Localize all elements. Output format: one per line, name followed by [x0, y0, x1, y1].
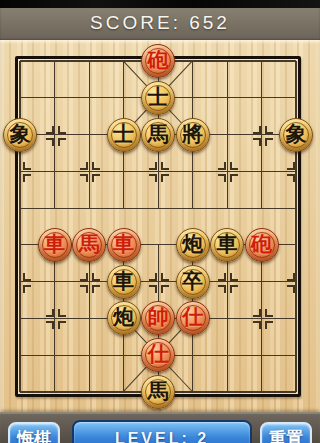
board-lines: 砲士象士馬將象車馬車炮車砲車卒炮帥仕仕馬	[20, 61, 296, 392]
app-screen: SCORE: 652 砲士象士馬將象車馬車炮車砲車卒炮帥仕仕馬 悔棋 LEVEL…	[0, 0, 320, 443]
piece-black-horse[interactable]: 馬	[141, 375, 175, 409]
piece-character: 車	[217, 227, 238, 261]
score-bar: SCORE: 652	[0, 8, 320, 40]
piece-character: 象	[10, 117, 31, 151]
piece-red-chariot[interactable]: 車	[107, 228, 141, 262]
piece-black-soldier[interactable]: 卒	[176, 265, 210, 299]
piece-black-advisor[interactable]: 士	[107, 118, 141, 152]
piece-black-elephant[interactable]: 象	[3, 118, 37, 152]
piece-black-cannon[interactable]: 炮	[176, 228, 210, 262]
piece-character: 象	[286, 117, 307, 151]
piece-red-advisor[interactable]: 仕	[141, 338, 175, 372]
piece-red-advisor[interactable]: 仕	[176, 301, 210, 335]
reset-button[interactable]: 重置	[260, 422, 312, 443]
piece-red-horse[interactable]: 馬	[72, 228, 106, 262]
piece-character: 帥	[148, 300, 169, 334]
piece-character: 仕	[148, 337, 169, 371]
piece-character: 卒	[182, 264, 203, 298]
piece-red-cannon[interactable]: 砲	[245, 228, 279, 262]
piece-character: 炮	[182, 227, 203, 261]
piece-black-advisor[interactable]: 士	[141, 81, 175, 115]
piece-red-cannon[interactable]: 砲	[141, 44, 175, 78]
piece-character: 炮	[113, 300, 134, 334]
piece-red-general[interactable]: 帥	[141, 301, 175, 335]
piece-black-horse[interactable]: 馬	[141, 118, 175, 152]
xiangqi-board[interactable]: 砲士象士馬將象車馬車炮車砲車卒炮帥仕仕馬	[0, 40, 320, 412]
piece-character: 車	[113, 264, 134, 298]
piece-black-cannon[interactable]: 炮	[107, 301, 141, 335]
status-strip	[0, 0, 320, 8]
score-text: SCORE: 652	[0, 12, 320, 34]
piece-black-chariot[interactable]: 車	[107, 265, 141, 299]
piece-black-general[interactable]: 將	[176, 118, 210, 152]
level-display[interactable]: LEVEL: 2	[72, 420, 252, 443]
piece-character: 砲	[148, 43, 169, 77]
piece-red-chariot[interactable]: 車	[38, 228, 72, 262]
piece-character: 馬	[148, 117, 169, 151]
piece-character: 車	[113, 227, 134, 261]
piece-black-chariot[interactable]: 車	[210, 228, 244, 262]
piece-character: 將	[182, 117, 203, 151]
piece-character: 士	[148, 80, 169, 114]
piece-black-elephant[interactable]: 象	[279, 118, 313, 152]
piece-character: 馬	[79, 227, 100, 261]
piece-character: 砲	[251, 227, 272, 261]
piece-character: 士	[113, 117, 134, 151]
bottom-bar: 悔棋 LEVEL: 2 重置	[0, 412, 320, 443]
undo-button[interactable]: 悔棋	[8, 422, 60, 443]
piece-character: 車	[44, 227, 65, 261]
piece-character: 仕	[182, 300, 203, 334]
piece-character: 馬	[148, 374, 169, 408]
